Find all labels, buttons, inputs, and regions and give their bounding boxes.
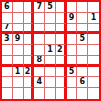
cell-r9c4-empty[interactable] — [34, 88, 45, 99]
cell-r9c5-empty[interactable] — [45, 88, 56, 99]
cell-r5c9-empty[interactable] — [88, 45, 99, 56]
cell-r2c4-empty[interactable] — [34, 13, 45, 24]
cell-r1c1-given[interactable]: 6 — [2, 2, 13, 13]
cell-r8c5-empty[interactable] — [45, 77, 56, 88]
cell-r7c3-given[interactable]: 2 — [24, 67, 35, 78]
cell-r3c2-empty[interactable] — [13, 24, 24, 35]
cell-r9c8-empty[interactable] — [77, 88, 88, 99]
cell-r5c3-empty[interactable] — [24, 45, 35, 56]
cell-r3c4-empty[interactable] — [34, 24, 45, 35]
cell-r7c7-given[interactable]: 5 — [67, 67, 78, 78]
cell-r9c2-empty[interactable] — [13, 88, 24, 99]
cell-r7c6-empty[interactable] — [56, 67, 67, 78]
cell-r1c2-empty[interactable] — [13, 2, 24, 13]
cell-r4c8-given[interactable]: 5 — [77, 34, 88, 45]
cell-r1c6-empty[interactable] — [56, 2, 67, 13]
cell-r2c7-given[interactable]: 9 — [67, 13, 78, 24]
cell-r7c1-empty[interactable] — [2, 67, 13, 78]
cell-r6c1-empty[interactable] — [2, 56, 13, 67]
cell-r2c6-empty[interactable] — [56, 13, 67, 24]
cell-r9c9-empty[interactable] — [88, 88, 99, 99]
cell-r7c2-given[interactable]: 1 — [13, 67, 24, 78]
cell-r1c7-empty[interactable] — [67, 2, 78, 13]
cell-r6c7-empty[interactable] — [67, 56, 78, 67]
cell-r3c1-given[interactable]: 7 — [2, 24, 13, 35]
cell-r5c7-empty[interactable] — [67, 45, 78, 56]
cell-r3c9-empty[interactable] — [88, 24, 99, 35]
cell-r4c5-empty[interactable] — [45, 34, 56, 45]
cell-r9c6-empty[interactable] — [56, 88, 67, 99]
sudoku-board: 67591739512812546 — [0, 0, 101, 101]
cell-r9c7-empty[interactable] — [67, 88, 78, 99]
cell-r6c5-empty[interactable] — [45, 56, 56, 67]
cell-r4c9-empty[interactable] — [88, 34, 99, 45]
cell-r1c4-given[interactable]: 7 — [34, 2, 45, 13]
cell-r7c5-empty[interactable] — [45, 67, 56, 78]
cell-r8c7-empty[interactable] — [67, 77, 78, 88]
cell-r8c9-empty[interactable] — [88, 77, 99, 88]
cell-r8c1-empty[interactable] — [2, 77, 13, 88]
cell-r6c3-empty[interactable] — [24, 56, 35, 67]
cell-r7c4-empty[interactable] — [34, 67, 45, 78]
cell-r8c4-given[interactable]: 4 — [34, 77, 45, 88]
cell-r4c4-empty[interactable] — [34, 34, 45, 45]
cell-r8c8-given[interactable]: 6 — [77, 77, 88, 88]
cell-r5c6-given[interactable]: 2 — [56, 45, 67, 56]
cell-r7c8-empty[interactable] — [77, 67, 88, 78]
cell-r3c8-empty[interactable] — [77, 24, 88, 35]
cell-r5c5-given[interactable]: 1 — [45, 45, 56, 56]
cell-r2c8-empty[interactable] — [77, 13, 88, 24]
cell-r5c1-empty[interactable] — [2, 45, 13, 56]
cell-r3c5-empty[interactable] — [45, 24, 56, 35]
cell-r2c3-empty[interactable] — [24, 13, 35, 24]
cell-r6c2-empty[interactable] — [13, 56, 24, 67]
cell-r6c8-empty[interactable] — [77, 56, 88, 67]
cell-r1c8-empty[interactable] — [77, 2, 88, 13]
cell-r1c3-empty[interactable] — [24, 2, 35, 13]
cell-r4c7-empty[interactable] — [67, 34, 78, 45]
cell-r4c3-empty[interactable] — [24, 34, 35, 45]
cell-r1c5-given[interactable]: 5 — [45, 2, 56, 13]
cell-r4c1-given[interactable]: 3 — [2, 34, 13, 45]
cell-r7c9-empty[interactable] — [88, 67, 99, 78]
cell-r2c1-empty[interactable] — [2, 13, 13, 24]
cell-r9c3-empty[interactable] — [24, 88, 35, 99]
cell-r2c9-given[interactable]: 1 — [88, 13, 99, 24]
cell-r5c8-empty[interactable] — [77, 45, 88, 56]
cell-r8c2-empty[interactable] — [13, 77, 24, 88]
cell-r8c6-empty[interactable] — [56, 77, 67, 88]
cell-r2c2-empty[interactable] — [13, 13, 24, 24]
cell-r8c3-empty[interactable] — [24, 77, 35, 88]
cell-r3c3-empty[interactable] — [24, 24, 35, 35]
cell-r5c2-empty[interactable] — [13, 45, 24, 56]
cell-r1c9-empty[interactable] — [88, 2, 99, 13]
cell-r3c6-empty[interactable] — [56, 24, 67, 35]
cell-r4c6-empty[interactable] — [56, 34, 67, 45]
cell-r6c9-empty[interactable] — [88, 56, 99, 67]
cell-r9c1-empty[interactable] — [2, 88, 13, 99]
cell-r6c4-given[interactable]: 8 — [34, 56, 45, 67]
cell-r5c4-empty[interactable] — [34, 45, 45, 56]
cell-r3c7-empty[interactable] — [67, 24, 78, 35]
cell-r4c2-given[interactable]: 9 — [13, 34, 24, 45]
cell-r6c6-empty[interactable] — [56, 56, 67, 67]
cell-r2c5-empty[interactable] — [45, 13, 56, 24]
